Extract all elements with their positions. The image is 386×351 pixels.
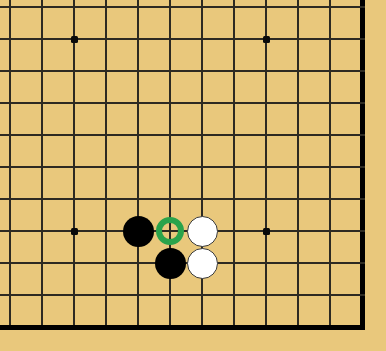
- grid-line-v-R: [297, 0, 299, 330]
- star-point-Q4: [263, 228, 270, 235]
- grid-line-v-H: [9, 0, 11, 330]
- white-stone-O4: [187, 216, 218, 247]
- grid-line-v-Q: [265, 0, 267, 330]
- grid-line-v-S: [329, 0, 331, 330]
- star-point-Q10: [263, 36, 270, 43]
- board-edge-right: [360, 0, 365, 330]
- white-stone-O3: [187, 248, 218, 279]
- grid-line-h-7: [0, 134, 365, 136]
- move-marker-N4: [156, 217, 184, 245]
- black-stone-N3: [155, 248, 186, 279]
- grid-line-v-O: [201, 0, 203, 330]
- grid-line-h-5: [0, 198, 365, 200]
- go-board[interactable]: [0, 0, 386, 351]
- grid-line-h-10: [0, 38, 365, 40]
- star-point-K10: [71, 36, 78, 43]
- board-edge-bottom: [0, 325, 365, 330]
- star-point-K4: [71, 228, 78, 235]
- grid-line-v-L: [105, 0, 107, 330]
- grid-line-h-2: [0, 294, 365, 296]
- grid-line-v-P: [233, 0, 235, 330]
- grid-line-v-K: [73, 0, 75, 330]
- grid-line-v-N: [169, 0, 171, 330]
- grid-line-v-J: [41, 0, 43, 330]
- grid-line-h-9: [0, 70, 365, 72]
- grid-line-h-6: [0, 166, 365, 168]
- black-stone-M4: [123, 216, 154, 247]
- grid-line-h-8: [0, 102, 365, 104]
- grid-line-v-M: [137, 0, 139, 330]
- grid-line-h-11: [0, 6, 365, 8]
